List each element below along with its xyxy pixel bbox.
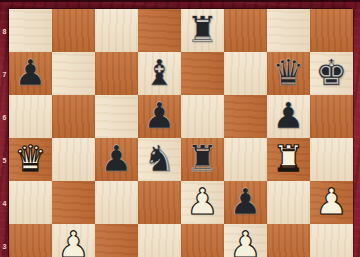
rank-label-5: 5: [0, 156, 9, 163]
square-b7[interactable]: [52, 52, 95, 95]
square-b5[interactable]: [52, 138, 95, 181]
square-f7[interactable]: [224, 52, 267, 95]
square-e7[interactable]: [181, 52, 224, 95]
square-f8[interactable]: [224, 9, 267, 52]
square-g6[interactable]: ♟: [267, 95, 310, 138]
square-g7[interactable]: ♛: [267, 52, 310, 95]
square-h5[interactable]: [310, 138, 353, 181]
square-c4[interactable]: [95, 181, 138, 224]
square-a7[interactable]: ♟: [9, 52, 52, 95]
square-c5[interactable]: ♟: [95, 138, 138, 181]
rank-label-6: 6: [0, 113, 9, 120]
white-queen[interactable]: ♛: [9, 138, 52, 181]
square-f5[interactable]: [224, 138, 267, 181]
square-f4[interactable]: ♟: [224, 181, 267, 224]
white-pawn[interactable]: ♟: [181, 181, 224, 224]
square-c3[interactable]: [95, 224, 138, 257]
rank-label-4: 4: [0, 199, 9, 206]
square-a5[interactable]: ♛: [9, 138, 52, 181]
square-e6[interactable]: [181, 95, 224, 138]
black-rook[interactable]: ♜: [181, 138, 224, 181]
square-d3[interactable]: [138, 224, 181, 257]
square-h7[interactable]: ♚: [310, 52, 353, 95]
black-king[interactable]: ♚: [310, 52, 353, 95]
square-h4[interactable]: ♟: [310, 181, 353, 224]
black-bishop[interactable]: ♝: [138, 52, 181, 95]
white-pawn[interactable]: ♟: [224, 224, 267, 257]
square-b6[interactable]: [52, 95, 95, 138]
square-c6[interactable]: [95, 95, 138, 138]
square-f6[interactable]: [224, 95, 267, 138]
black-pawn[interactable]: ♟: [9, 52, 52, 95]
chess-board[interactable]: ♜♟♝♛♚♟♟♛♟♞♜♜♟♟♟♟♟: [9, 9, 353, 257]
square-e3[interactable]: [181, 224, 224, 257]
frame-top-edge: [0, 0, 360, 2]
black-rook[interactable]: ♜: [181, 9, 224, 52]
black-pawn[interactable]: ♟: [95, 138, 138, 181]
square-d8[interactable]: [138, 9, 181, 52]
square-d6[interactable]: ♟: [138, 95, 181, 138]
square-c8[interactable]: [95, 9, 138, 52]
white-pawn[interactable]: ♟: [52, 224, 95, 257]
square-b4[interactable]: [52, 181, 95, 224]
square-e5[interactable]: ♜: [181, 138, 224, 181]
square-a3[interactable]: [9, 224, 52, 257]
square-h6[interactable]: [310, 95, 353, 138]
square-d5[interactable]: ♞: [138, 138, 181, 181]
square-g3[interactable]: [267, 224, 310, 257]
square-g8[interactable]: [267, 9, 310, 52]
board-frame: 876543 ♜♟♝♛♚♟♟♛♟♞♜♜♟♟♟♟♟: [0, 0, 360, 257]
rank-label-3: 3: [0, 242, 9, 249]
white-rook[interactable]: ♜: [267, 138, 310, 181]
square-g5[interactable]: ♜: [267, 138, 310, 181]
black-knight[interactable]: ♞: [138, 138, 181, 181]
rank-label-8: 8: [0, 27, 9, 34]
black-queen[interactable]: ♛: [267, 52, 310, 95]
square-a8[interactable]: [9, 9, 52, 52]
rank-labels-column: 876543: [0, 0, 9, 257]
square-a6[interactable]: [9, 95, 52, 138]
square-g4[interactable]: [267, 181, 310, 224]
square-d7[interactable]: ♝: [138, 52, 181, 95]
square-d4[interactable]: [138, 181, 181, 224]
square-e4[interactable]: ♟: [181, 181, 224, 224]
rank-label-7: 7: [0, 70, 9, 77]
square-c7[interactable]: [95, 52, 138, 95]
black-pawn[interactable]: ♟: [267, 95, 310, 138]
square-b3[interactable]: ♟: [52, 224, 95, 257]
square-e8[interactable]: ♜: [181, 9, 224, 52]
black-pawn[interactable]: ♟: [224, 181, 267, 224]
square-h8[interactable]: [310, 9, 353, 52]
square-a4[interactable]: [9, 181, 52, 224]
black-pawn[interactable]: ♟: [138, 95, 181, 138]
white-pawn[interactable]: ♟: [310, 181, 353, 224]
square-b8[interactable]: [52, 9, 95, 52]
square-f3[interactable]: ♟: [224, 224, 267, 257]
square-h3[interactable]: [310, 224, 353, 257]
